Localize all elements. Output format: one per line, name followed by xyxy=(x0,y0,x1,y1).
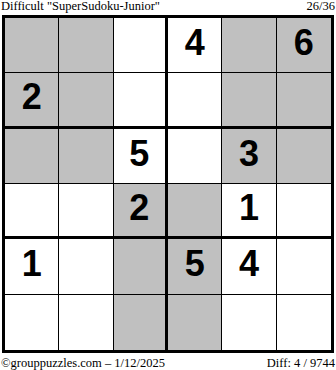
cell-r3c4[interactable] xyxy=(168,129,222,184)
puzzle-counter: 26/36 xyxy=(307,0,335,13)
cell-r3c3[interactable]: 5 xyxy=(114,129,168,184)
cell-r5c2[interactable] xyxy=(59,239,113,294)
cell-r4c5[interactable]: 1 xyxy=(222,184,276,239)
cell-r3c2[interactable] xyxy=(59,129,113,184)
cell-r2c3[interactable] xyxy=(114,73,168,128)
cell-r1c5[interactable] xyxy=(222,18,276,73)
cell-r1c3[interactable] xyxy=(114,18,168,73)
cell-r6c1[interactable] xyxy=(5,295,59,350)
cell-r5c3[interactable] xyxy=(114,239,168,294)
cell-r1c4[interactable]: 4 xyxy=(168,18,222,73)
cell-r6c6[interactable] xyxy=(277,295,331,350)
cell-r2c2[interactable] xyxy=(59,73,113,128)
cell-r5c1[interactable]: 1 xyxy=(5,239,59,294)
cell-r4c4[interactable] xyxy=(168,184,222,239)
cell-r2c6[interactable] xyxy=(277,73,331,128)
cell-r3c6[interactable] xyxy=(277,129,331,184)
puzzle-page: Difficult "SuperSudoku-Junior" 26/36 462… xyxy=(0,0,336,370)
cell-r5c4[interactable]: 5 xyxy=(168,239,222,294)
cell-r1c6[interactable]: 6 xyxy=(277,18,331,73)
cell-r4c3[interactable]: 2 xyxy=(114,184,168,239)
sudoku-board: 4625321154 xyxy=(2,15,334,353)
cell-r4c2[interactable] xyxy=(59,184,113,239)
difficulty-text: Diff: 4 / 9744 xyxy=(267,356,335,370)
cell-r2c1[interactable]: 2 xyxy=(5,73,59,128)
footer: ©grouppuzzles.com – 1/12/2025 Diff: 4 / … xyxy=(0,353,336,370)
cell-r3c5[interactable]: 3 xyxy=(222,129,276,184)
copyright-text: ©grouppuzzles.com – 1/12/2025 xyxy=(1,356,165,370)
cell-r6c2[interactable] xyxy=(59,295,113,350)
cell-r1c2[interactable] xyxy=(59,18,113,73)
page-title: Difficult "SuperSudoku-Junior" xyxy=(1,0,160,13)
cell-r5c5[interactable]: 4 xyxy=(222,239,276,294)
cell-r4c6[interactable] xyxy=(277,184,331,239)
cell-r6c3[interactable] xyxy=(114,295,168,350)
cell-r2c4[interactable] xyxy=(168,73,222,128)
cell-r6c4[interactable] xyxy=(168,295,222,350)
cell-r6c5[interactable] xyxy=(222,295,276,350)
cell-r2c5[interactable] xyxy=(222,73,276,128)
cell-r3c1[interactable] xyxy=(5,129,59,184)
cell-r4c1[interactable] xyxy=(5,184,59,239)
header: Difficult "SuperSudoku-Junior" 26/36 xyxy=(0,0,336,14)
cell-r5c6[interactable] xyxy=(277,239,331,294)
cell-r1c1[interactable] xyxy=(5,18,59,73)
